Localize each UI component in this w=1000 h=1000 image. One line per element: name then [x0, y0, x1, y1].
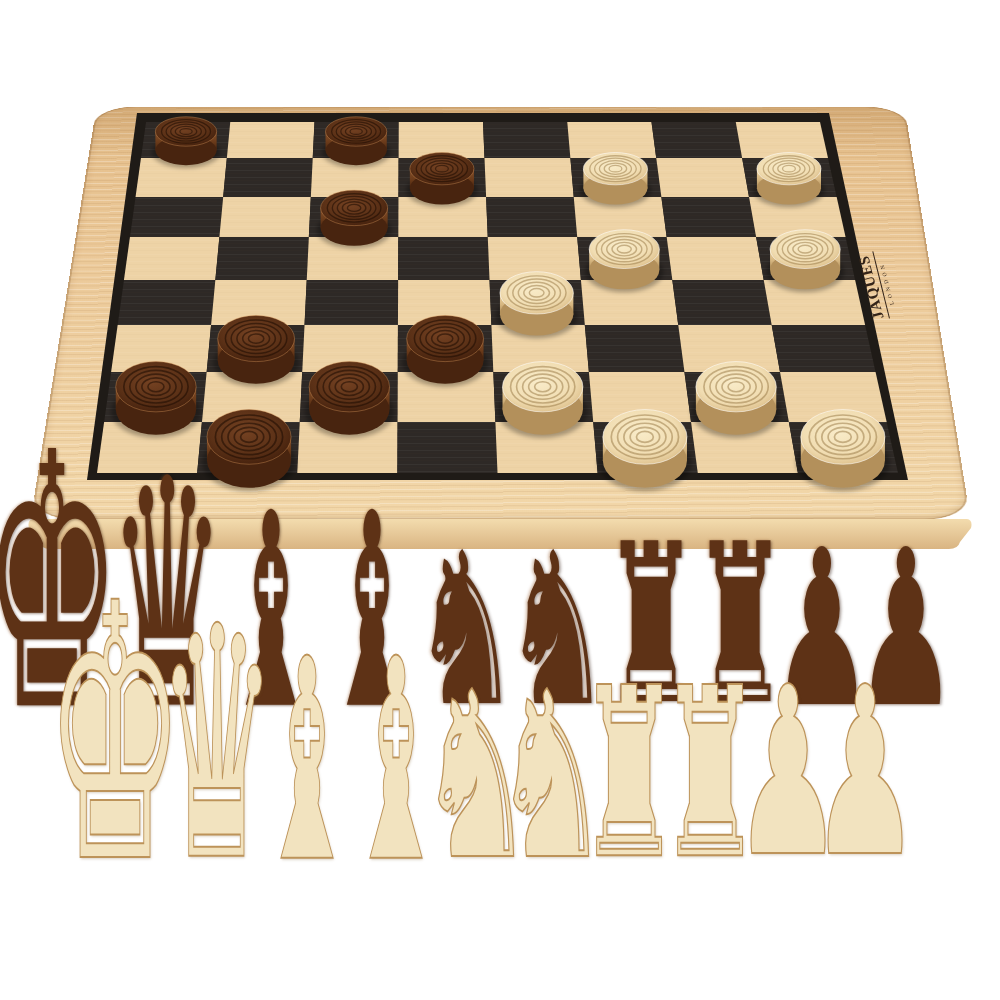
- checker-top: [326, 117, 387, 146]
- checker-light[interactable]: [691, 362, 781, 438]
- checker-top: [407, 315, 484, 361]
- checker-top: [218, 315, 295, 361]
- checker-dark[interactable]: [304, 362, 394, 438]
- checker-light[interactable]: [580, 153, 652, 208]
- product-photo-board-and-pieces: ♚♛♝♝♞♞♜♜♟♟♚♛♝♝♞♞♜♜♟♟ JAQUES LONDON: [0, 0, 1000, 1000]
- checker-light[interactable]: [498, 362, 588, 438]
- checker-light[interactable]: [753, 153, 825, 208]
- checker-light[interactable]: [496, 272, 578, 339]
- chess-piece-light-pawn[interactable]: ♟: [810, 657, 921, 890]
- checker-top: [603, 410, 687, 465]
- checker-light[interactable]: [766, 230, 845, 293]
- chess-piece-light-bishop[interactable]: ♝: [257, 623, 357, 901]
- checker-top: [503, 362, 583, 412]
- checker-top: [696, 362, 776, 412]
- checker-dark[interactable]: [317, 190, 392, 249]
- checker-top: [500, 272, 573, 314]
- checker-top: [116, 362, 196, 412]
- checker-top: [155, 117, 216, 146]
- checker-light[interactable]: [796, 410, 890, 492]
- checker-top: [321, 190, 388, 225]
- checker-dark[interactable]: [322, 117, 391, 168]
- checker-top: [410, 153, 474, 185]
- checker-top: [583, 153, 647, 185]
- checker-top: [589, 230, 659, 269]
- checker-top: [801, 410, 885, 465]
- checker-light[interactable]: [598, 410, 692, 492]
- checker-dark[interactable]: [402, 315, 488, 387]
- checker-dark[interactable]: [213, 315, 299, 387]
- checker-dark[interactable]: [406, 153, 478, 208]
- checker-top: [757, 153, 821, 185]
- checker-top: [770, 230, 840, 269]
- checker-light[interactable]: [585, 230, 664, 293]
- checker-dark[interactable]: [152, 117, 221, 168]
- checker-top: [309, 362, 389, 412]
